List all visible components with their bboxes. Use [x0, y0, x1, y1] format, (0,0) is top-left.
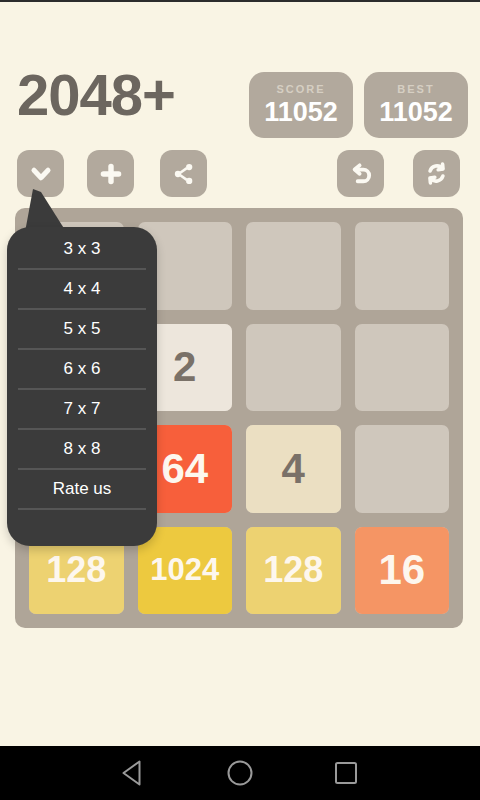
- grid-size-dropdown: 3 x 3 4 x 4 5 x 5 6 x 6 7 x 7 8 x 8 Rate…: [7, 227, 157, 546]
- board-cell: [246, 222, 341, 310]
- undo-button[interactable]: [337, 150, 384, 197]
- board-cell: 16: [355, 527, 450, 615]
- best-label: BEST: [364, 72, 468, 95]
- menu-item-rate-us[interactable]: Rate us: [18, 470, 146, 510]
- tile-16: 16: [355, 527, 450, 615]
- share-icon: [171, 161, 197, 187]
- android-nav-bar: [0, 746, 480, 800]
- board-cell: [355, 425, 450, 513]
- refresh-icon: [423, 160, 450, 187]
- score-value: 11052: [249, 97, 353, 128]
- page-title: 2048+: [17, 66, 175, 124]
- undo-icon: [347, 160, 374, 187]
- best-value: 11052: [364, 97, 468, 128]
- board-cell: [355, 324, 450, 412]
- back-icon[interactable]: [119, 758, 149, 788]
- chevron-down-icon: [28, 161, 54, 187]
- refresh-button[interactable]: [413, 150, 460, 197]
- new-game-button[interactable]: [87, 150, 134, 197]
- tile-4: 4: [246, 425, 341, 513]
- home-icon[interactable]: [225, 758, 255, 788]
- menu-item-3x3[interactable]: 3 x 3: [18, 230, 146, 270]
- best-badge: BEST 11052: [364, 72, 468, 138]
- score-badge: SCORE 11052: [249, 72, 353, 138]
- menu-item-6x6[interactable]: 6 x 6: [18, 350, 146, 390]
- tile-1024: 1024: [138, 527, 233, 615]
- app-screen: 2048+ SCORE 11052 BEST 11052 2 64 4 128: [0, 0, 480, 800]
- tile-128: 128: [246, 527, 341, 615]
- board-cell: [355, 222, 450, 310]
- menu-item-7x7[interactable]: 7 x 7: [18, 390, 146, 430]
- menu-item-8x8[interactable]: 8 x 8: [18, 430, 146, 470]
- board-cell: 128: [246, 527, 341, 615]
- board-cell: 1024: [138, 527, 233, 615]
- plus-icon: [98, 161, 124, 187]
- recents-icon[interactable]: [331, 758, 361, 788]
- board-cell: 4: [246, 425, 341, 513]
- score-label: SCORE: [249, 72, 353, 95]
- share-button[interactable]: [160, 150, 207, 197]
- menu-item-5x5[interactable]: 5 x 5: [18, 310, 146, 350]
- status-bar-remnant: [0, 0, 480, 2]
- board-cell: [246, 324, 341, 412]
- menu-item-4x4[interactable]: 4 x 4: [18, 270, 146, 310]
